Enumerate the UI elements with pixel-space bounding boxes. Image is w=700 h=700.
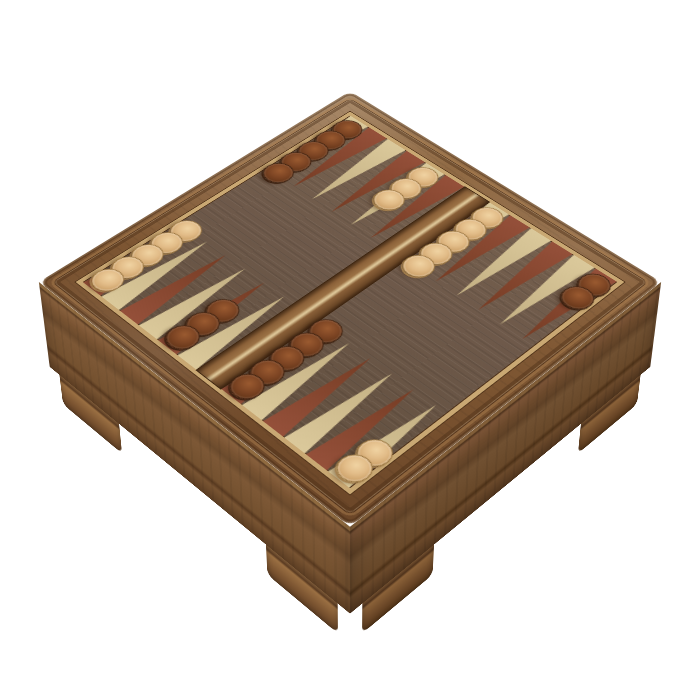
point-5-triangle: [241, 336, 359, 421]
point-8-triangle: [158, 276, 275, 355]
board-foot: [59, 375, 122, 454]
backgammon-board: [39, 91, 661, 527]
board-top-face: [39, 91, 661, 527]
point-5[interactable]: [241, 305, 403, 421]
board-foot: [266, 545, 338, 634]
board-foot: [578, 375, 641, 454]
light-checker[interactable]: [329, 449, 381, 488]
dark-checker[interactable]: [159, 321, 207, 355]
dark-checker[interactable]: [179, 307, 227, 341]
dark-checker[interactable]: [199, 295, 246, 328]
scene: [0, 0, 700, 700]
dark-checker[interactable]: [302, 314, 350, 348]
dark-checker[interactable]: [554, 282, 601, 315]
point-3-triangle: [284, 366, 403, 454]
dark-checker[interactable]: [243, 355, 292, 391]
point-7-triangle: [177, 290, 294, 371]
point-6-triangle: [221, 321, 339, 405]
dark-checker[interactable]: [263, 341, 312, 376]
point-4[interactable]: [262, 319, 425, 437]
point-3[interactable]: [284, 334, 447, 454]
point-2-triangle: [305, 381, 425, 471]
light-checker[interactable]: [349, 434, 400, 473]
board-foot: [362, 545, 434, 634]
point-6[interactable]: [221, 290, 383, 404]
dark-checker[interactable]: [222, 368, 271, 404]
dark-checker[interactable]: [282, 327, 330, 362]
point-4-triangle: [262, 351, 381, 438]
